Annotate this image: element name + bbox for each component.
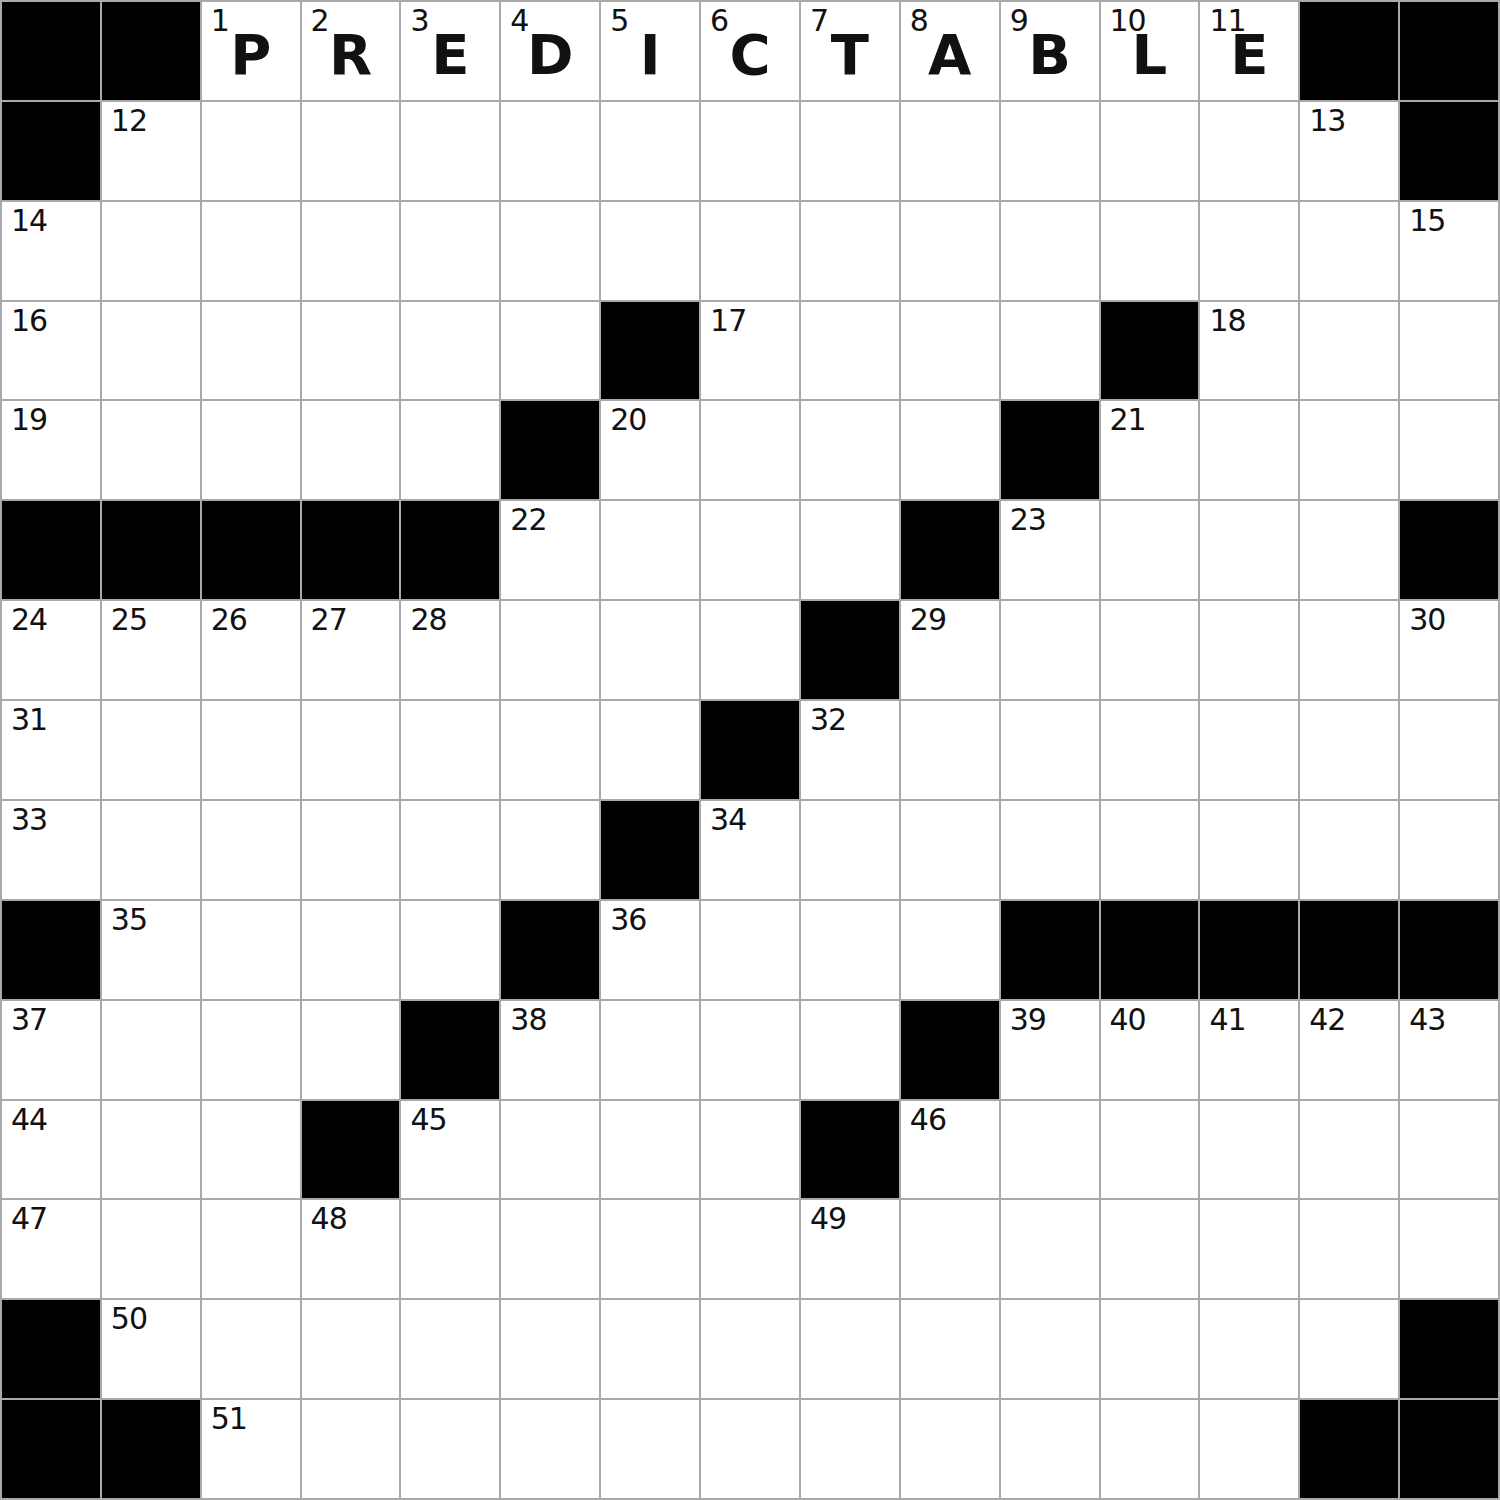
block-cell: [901, 501, 999, 599]
cell[interactable]: [1101, 1200, 1199, 1298]
cell[interactable]: [901, 202, 999, 300]
cell[interactable]: [1001, 1300, 1099, 1398]
cell[interactable]: [1200, 202, 1298, 300]
cell[interactable]: 21: [1101, 401, 1199, 499]
cell-letter: E: [431, 14, 469, 87]
cell[interactable]: [501, 801, 599, 899]
cell[interactable]: [901, 1400, 999, 1498]
clue-number: 28: [410, 603, 446, 636]
cell[interactable]: [1001, 601, 1099, 699]
cell[interactable]: [601, 601, 699, 699]
block-cell: [701, 701, 799, 799]
cell[interactable]: [302, 701, 400, 799]
clue-number: 11: [1209, 4, 1245, 37]
cell[interactable]: [1300, 1300, 1398, 1398]
cell[interactable]: 7T: [801, 2, 899, 100]
block-cell: [1400, 901, 1498, 999]
clue-number: 32: [810, 703, 846, 736]
cell[interactable]: [1101, 1400, 1199, 1498]
block-cell: [2, 1400, 100, 1498]
block-cell: [601, 801, 699, 899]
cell[interactable]: 47: [2, 1200, 100, 1298]
cell[interactable]: [102, 401, 200, 499]
cell[interactable]: 50: [102, 1300, 200, 1398]
cell[interactable]: [1300, 1101, 1398, 1199]
block-cell: [1400, 1300, 1498, 1398]
block-cell: [1101, 901, 1199, 999]
cell[interactable]: [1300, 401, 1398, 499]
cell[interactable]: 44: [2, 1101, 100, 1199]
cell[interactable]: [901, 1200, 999, 1298]
cell[interactable]: [1001, 102, 1099, 200]
clue-number: 41: [1209, 1003, 1245, 1036]
cell[interactable]: 43: [1400, 1001, 1498, 1099]
cell[interactable]: [1101, 801, 1199, 899]
cell[interactable]: [701, 202, 799, 300]
cell[interactable]: [601, 701, 699, 799]
cell[interactable]: 14: [2, 202, 100, 300]
clue-number: 44: [11, 1103, 47, 1136]
cell[interactable]: [701, 401, 799, 499]
clue-number: 12: [111, 104, 147, 137]
cell[interactable]: [1300, 501, 1398, 599]
cell[interactable]: [202, 1101, 300, 1199]
block-cell: [2, 1300, 100, 1398]
block-cell: [102, 501, 200, 599]
cell[interactable]: 35: [102, 901, 200, 999]
block-cell: [2, 501, 100, 599]
clue-number: 42: [1309, 1003, 1345, 1036]
cell[interactable]: [1101, 701, 1199, 799]
cell[interactable]: 2R: [302, 2, 400, 100]
clue-number: 49: [810, 1202, 846, 1235]
clue-number: 16: [11, 304, 47, 337]
cell[interactable]: 46: [901, 1101, 999, 1199]
cell[interactable]: 4D: [501, 2, 599, 100]
cell[interactable]: [801, 1001, 899, 1099]
block-cell: [401, 501, 499, 599]
cell[interactable]: [1200, 1400, 1298, 1498]
cell[interactable]: [1101, 202, 1199, 300]
cell[interactable]: [1300, 601, 1398, 699]
cell[interactable]: [1300, 202, 1398, 300]
clue-number: 4: [510, 4, 528, 37]
cell[interactable]: [202, 102, 300, 200]
cell[interactable]: [102, 302, 200, 400]
cell[interactable]: [202, 1300, 300, 1398]
cell[interactable]: [901, 701, 999, 799]
clue-number: 30: [1409, 603, 1445, 636]
cell[interactable]: 9B: [1001, 2, 1099, 100]
clue-number: 33: [11, 803, 47, 836]
block-cell: [102, 2, 200, 100]
cell[interactable]: 19: [2, 401, 100, 499]
block-cell: [1300, 2, 1398, 100]
clue-number: 20: [610, 403, 646, 436]
cell[interactable]: 39: [1001, 1001, 1099, 1099]
cell[interactable]: [1001, 801, 1099, 899]
clue-number: 10: [1110, 4, 1146, 37]
block-cell: [1400, 1400, 1498, 1498]
cell[interactable]: [901, 401, 999, 499]
clue-number: 50: [111, 1302, 147, 1335]
cell[interactable]: [1200, 102, 1298, 200]
cell[interactable]: [401, 202, 499, 300]
block-cell: [1001, 901, 1099, 999]
cell[interactable]: [701, 501, 799, 599]
cell[interactable]: 38: [501, 1001, 599, 1099]
cell[interactable]: [801, 202, 899, 300]
cell[interactable]: [1101, 1101, 1199, 1199]
cell[interactable]: [202, 901, 300, 999]
cell-letter: C: [729, 14, 770, 87]
clue-number: 6: [710, 4, 728, 37]
cell[interactable]: [601, 501, 699, 599]
block-cell: [2, 901, 100, 999]
cell[interactable]: [901, 102, 999, 200]
block-cell: [302, 1101, 400, 1199]
cell[interactable]: [401, 302, 499, 400]
cell[interactable]: 8A: [901, 2, 999, 100]
cell[interactable]: [501, 601, 599, 699]
cell[interactable]: 30: [1400, 601, 1498, 699]
clue-number: 5: [610, 4, 628, 37]
cell[interactable]: [701, 102, 799, 200]
cell[interactable]: [401, 801, 499, 899]
cell[interactable]: [1400, 801, 1498, 899]
clue-number: 23: [1010, 503, 1046, 536]
clue-number: 22: [510, 503, 546, 536]
cell[interactable]: [202, 701, 300, 799]
clue-number: 43: [1409, 1003, 1445, 1036]
block-cell: [1200, 901, 1298, 999]
cell[interactable]: [202, 801, 300, 899]
cell[interactable]: 22: [501, 501, 599, 599]
cell[interactable]: [401, 901, 499, 999]
clue-number: 8: [910, 4, 928, 37]
block-cell: [2, 102, 100, 200]
cell[interactable]: 23: [1001, 501, 1099, 599]
cell[interactable]: [1300, 302, 1398, 400]
cell[interactable]: [1101, 1300, 1199, 1398]
cell[interactable]: [401, 102, 499, 200]
cell[interactable]: [401, 401, 499, 499]
cell[interactable]: [102, 1001, 200, 1099]
cell[interactable]: [601, 1400, 699, 1498]
cell[interactable]: [1400, 701, 1498, 799]
cell[interactable]: [302, 1001, 400, 1099]
cell[interactable]: 16: [2, 302, 100, 400]
cell[interactable]: [601, 1001, 699, 1099]
clue-number: 39: [1010, 1003, 1046, 1036]
cell[interactable]: 49: [801, 1200, 899, 1298]
cell[interactable]: 6C: [701, 2, 799, 100]
clue-number: 36: [610, 903, 646, 936]
clue-number: 34: [710, 803, 746, 836]
cell[interactable]: [202, 302, 300, 400]
clue-number: 31: [11, 703, 47, 736]
cell[interactable]: [701, 1400, 799, 1498]
cell[interactable]: [1001, 302, 1099, 400]
block-cell: [801, 601, 899, 699]
cell[interactable]: [102, 202, 200, 300]
cell[interactable]: 32: [801, 701, 899, 799]
clue-number: 40: [1110, 1003, 1146, 1036]
clue-number: 15: [1409, 204, 1445, 237]
cell[interactable]: [302, 901, 400, 999]
block-cell: [1001, 401, 1099, 499]
clue-number: 29: [910, 603, 946, 636]
clue-number: 47: [11, 1202, 47, 1235]
clue-number: 26: [211, 603, 247, 636]
cell[interactable]: 25: [102, 601, 200, 699]
cell[interactable]: [401, 701, 499, 799]
cell[interactable]: 29: [901, 601, 999, 699]
clue-number: 7: [810, 4, 828, 37]
cell[interactable]: [501, 1400, 599, 1498]
cell[interactable]: 48: [302, 1200, 400, 1298]
cell[interactable]: [1200, 1101, 1298, 1199]
cell[interactable]: 51: [202, 1400, 300, 1498]
cell[interactable]: 17: [701, 302, 799, 400]
clue-number: 51: [211, 1402, 247, 1435]
cell[interactable]: [501, 1300, 599, 1398]
cell[interactable]: [1400, 1101, 1498, 1199]
block-cell: [501, 901, 599, 999]
cell[interactable]: [701, 1001, 799, 1099]
cell[interactable]: [701, 601, 799, 699]
cell[interactable]: [302, 202, 400, 300]
clue-number: 14: [11, 204, 47, 237]
cell[interactable]: [601, 1200, 699, 1298]
cell[interactable]: [901, 901, 999, 999]
clue-number: 13: [1309, 104, 1345, 137]
cell[interactable]: [1400, 1200, 1498, 1298]
cell[interactable]: 37: [2, 1001, 100, 1099]
cell[interactable]: [801, 801, 899, 899]
cell[interactable]: [1001, 202, 1099, 300]
cell[interactable]: [1200, 1300, 1298, 1398]
cell[interactable]: 11E: [1200, 2, 1298, 100]
cell-letter: R: [329, 14, 372, 87]
cell[interactable]: 27: [302, 601, 400, 699]
clue-number: 27: [311, 603, 347, 636]
clue-number: 46: [910, 1103, 946, 1136]
cell[interactable]: 12: [102, 102, 200, 200]
cell[interactable]: 5I: [601, 2, 699, 100]
clue-number: 19: [11, 403, 47, 436]
clue-number: 2: [311, 4, 329, 37]
cell-letter: T: [831, 14, 869, 87]
clue-number: 25: [111, 603, 147, 636]
crossword-board: 1P2R3E4D5I6C7T8A9B10L11E1213141516171819…: [0, 0, 1500, 1500]
block-cell: [801, 1101, 899, 1199]
cell[interactable]: [501, 202, 599, 300]
cell[interactable]: [701, 1101, 799, 1199]
cell[interactable]: [302, 102, 400, 200]
block-cell: [302, 501, 400, 599]
cell[interactable]: [1101, 102, 1199, 200]
cell[interactable]: 36: [601, 901, 699, 999]
cell[interactable]: [302, 302, 400, 400]
cell[interactable]: [102, 701, 200, 799]
cell[interactable]: [1101, 501, 1199, 599]
cell[interactable]: [801, 102, 899, 200]
cell[interactable]: [202, 1200, 300, 1298]
cell[interactable]: [302, 1300, 400, 1398]
cell[interactable]: [401, 1200, 499, 1298]
cell[interactable]: [701, 1300, 799, 1398]
clue-number: 38: [510, 1003, 546, 1036]
cell[interactable]: [1001, 1101, 1099, 1199]
cell[interactable]: [601, 1300, 699, 1398]
cell[interactable]: 34: [701, 801, 799, 899]
block-cell: [501, 401, 599, 499]
cell[interactable]: [801, 302, 899, 400]
cell[interactable]: [501, 102, 599, 200]
block-cell: [601, 302, 699, 400]
cell-letter: D: [527, 14, 573, 87]
cell[interactable]: [1400, 302, 1498, 400]
block-cell: [202, 501, 300, 599]
cell[interactable]: [1300, 1200, 1398, 1298]
cell[interactable]: [302, 401, 400, 499]
clue-number: 18: [1209, 304, 1245, 337]
cell[interactable]: [1300, 801, 1398, 899]
cell[interactable]: 20: [601, 401, 699, 499]
cell[interactable]: 31: [2, 701, 100, 799]
block-cell: [1400, 501, 1498, 599]
cell[interactable]: [102, 1101, 200, 1199]
block-cell: [401, 1001, 499, 1099]
cell[interactable]: 18: [1200, 302, 1298, 400]
cell-letter: A: [928, 14, 971, 87]
cell[interactable]: [601, 202, 699, 300]
block-cell: [1300, 1400, 1398, 1498]
cell-letter: P: [230, 14, 271, 87]
cell[interactable]: [801, 401, 899, 499]
cell[interactable]: 24: [2, 601, 100, 699]
cell[interactable]: [1200, 601, 1298, 699]
block-cell: [1400, 102, 1498, 200]
cell[interactable]: [302, 801, 400, 899]
cell[interactable]: [202, 202, 300, 300]
cell[interactable]: [1400, 401, 1498, 499]
cell[interactable]: [1300, 701, 1398, 799]
cell[interactable]: [1101, 601, 1199, 699]
cell[interactable]: [601, 1101, 699, 1199]
cell[interactable]: [1200, 701, 1298, 799]
cell[interactable]: [501, 1200, 599, 1298]
block-cell: [102, 1400, 200, 1498]
cell[interactable]: [1001, 1400, 1099, 1498]
cell[interactable]: [901, 801, 999, 899]
cell[interactable]: [801, 501, 899, 599]
cell[interactable]: [501, 302, 599, 400]
clue-number: 45: [410, 1103, 446, 1136]
cell[interactable]: 42: [1300, 1001, 1398, 1099]
cell[interactable]: [1200, 501, 1298, 599]
cell[interactable]: [1200, 1200, 1298, 1298]
clue-number: 3: [410, 4, 428, 37]
block-cell: [1101, 302, 1199, 400]
cell[interactable]: 40: [1101, 1001, 1199, 1099]
cell[interactable]: 26: [202, 601, 300, 699]
cell[interactable]: 45: [401, 1101, 499, 1199]
cell[interactable]: [202, 401, 300, 499]
cell[interactable]: [1200, 801, 1298, 899]
cell[interactable]: 28: [401, 601, 499, 699]
clue-number: 48: [311, 1202, 347, 1235]
cell[interactable]: [401, 1400, 499, 1498]
clue-number: 35: [111, 903, 147, 936]
cell[interactable]: [202, 1001, 300, 1099]
cell[interactable]: 41: [1200, 1001, 1298, 1099]
cell[interactable]: [901, 302, 999, 400]
clue-number: 24: [11, 603, 47, 636]
block-cell: [2, 2, 100, 100]
cell[interactable]: [801, 1400, 899, 1498]
cell[interactable]: [102, 801, 200, 899]
cell-letter: I: [640, 14, 661, 87]
clue-number: 37: [11, 1003, 47, 1036]
block-cell: [1400, 2, 1498, 100]
cell-letter: B: [1028, 14, 1071, 87]
cell[interactable]: 33: [2, 801, 100, 899]
cell[interactable]: [102, 1200, 200, 1298]
clue-number: 21: [1110, 403, 1146, 436]
cell[interactable]: [1001, 1200, 1099, 1298]
cell[interactable]: [701, 1200, 799, 1298]
clue-number: 17: [710, 304, 746, 337]
cell[interactable]: [801, 901, 899, 999]
cell[interactable]: [601, 102, 699, 200]
cell[interactable]: 1P: [202, 2, 300, 100]
cell[interactable]: 10L: [1101, 2, 1199, 100]
cell[interactable]: [801, 1300, 899, 1398]
cell[interactable]: [401, 1300, 499, 1398]
cell[interactable]: [1001, 701, 1099, 799]
cell[interactable]: [1200, 401, 1298, 499]
cell[interactable]: [501, 701, 599, 799]
clue-number: 1: [211, 4, 229, 37]
block-cell: [901, 1001, 999, 1099]
cell[interactable]: [701, 901, 799, 999]
cell[interactable]: [302, 1400, 400, 1498]
cell[interactable]: [901, 1300, 999, 1398]
block-cell: [1300, 901, 1398, 999]
clue-number: 9: [1010, 4, 1028, 37]
cell[interactable]: 13: [1300, 102, 1398, 200]
cell[interactable]: 3E: [401, 2, 499, 100]
cell[interactable]: [501, 1101, 599, 1199]
cell[interactable]: 15: [1400, 202, 1498, 300]
